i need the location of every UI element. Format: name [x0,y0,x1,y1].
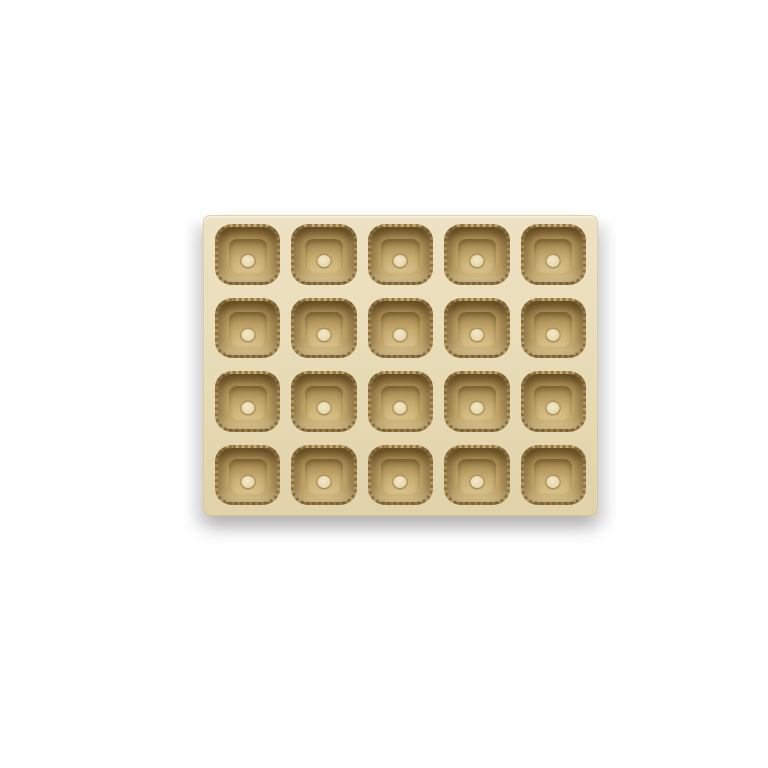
product-photo-scene [0,0,768,768]
pit-r3-c4[interactable] [444,371,509,432]
pit-r4-c2[interactable] [291,445,356,506]
pit-r4-c1[interactable] [215,445,280,506]
pit-r4-c4[interactable] [444,445,509,506]
pit-r2-c4[interactable] [444,298,509,359]
pit-r1-c1[interactable] [215,224,280,285]
pit-r2-c2[interactable] [291,298,356,359]
pit-r4-c5[interactable] [521,445,586,506]
pit-r3-c5[interactable] [521,371,586,432]
pit-r3-c1[interactable] [215,371,280,432]
pit-r1-c2[interactable] [291,224,356,285]
pit-r1-c5[interactable] [521,224,586,285]
pit-r1-c3[interactable] [368,224,433,285]
tray-board [203,215,598,516]
pit-r4-c3[interactable] [368,445,433,506]
pit-r3-c2[interactable] [291,371,356,432]
pit-r3-c3[interactable] [368,371,433,432]
pit-r2-c5[interactable] [521,298,586,359]
pit-r1-c4[interactable] [444,224,509,285]
pit-r2-c1[interactable] [215,298,280,359]
pit-r2-c3[interactable] [368,298,433,359]
pit-grid [203,215,598,516]
